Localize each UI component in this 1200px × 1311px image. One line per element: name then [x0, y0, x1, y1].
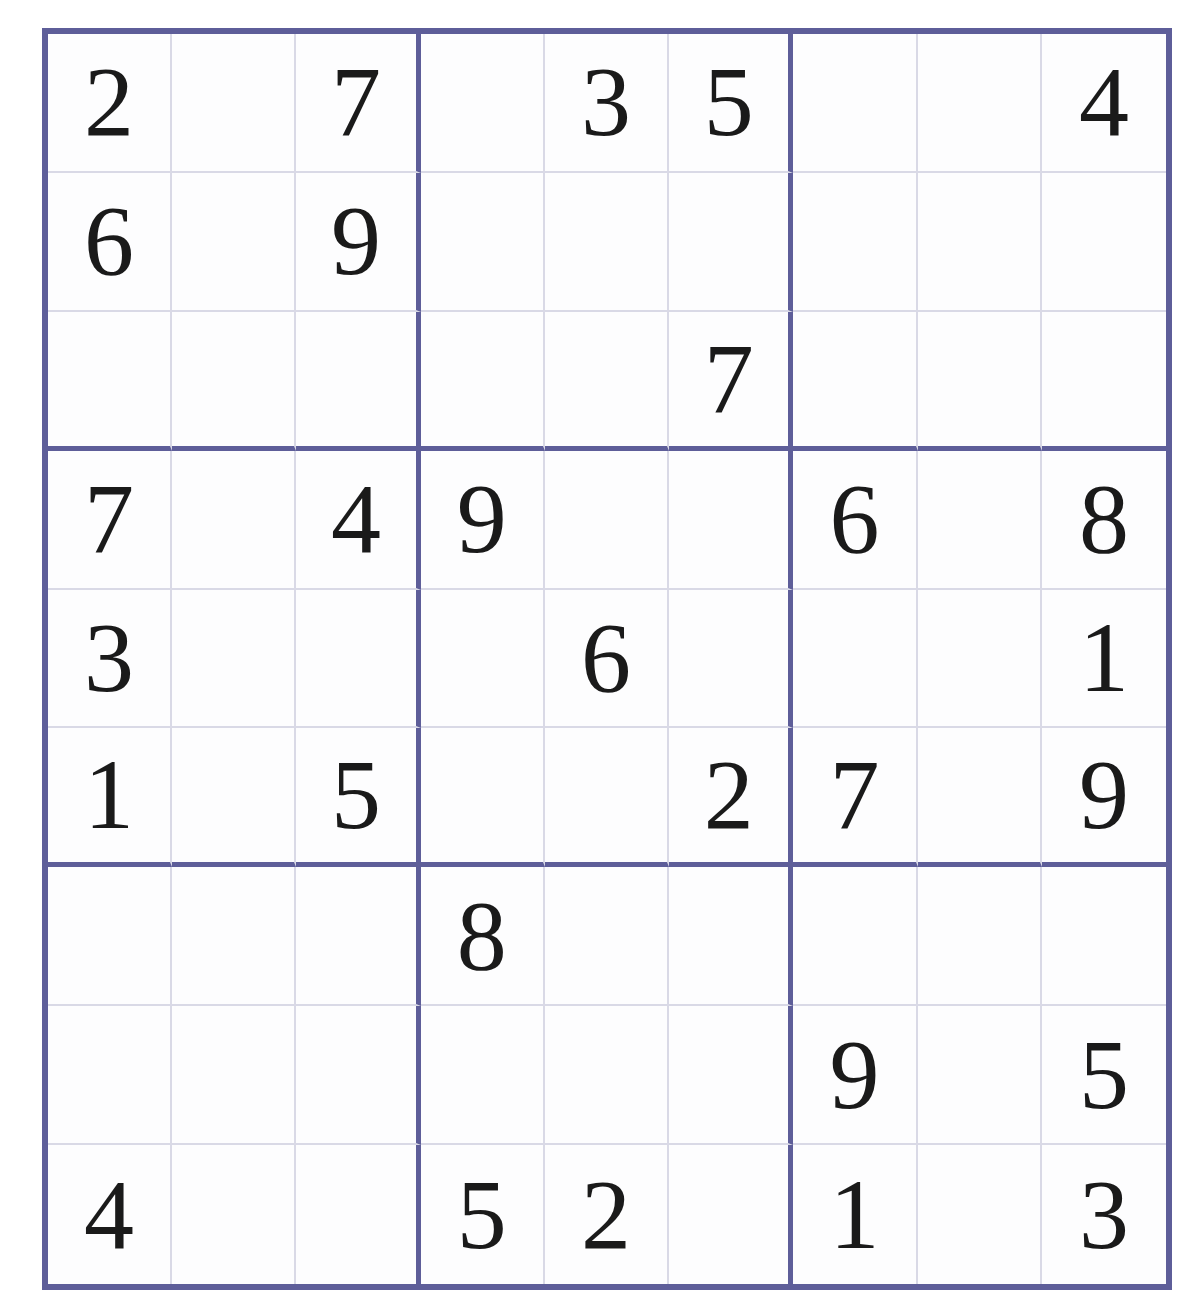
cell-r9c7[interactable]: 1: [793, 1145, 917, 1284]
cell-r7c3[interactable]: [296, 867, 420, 1006]
cell-r1c8[interactable]: [918, 34, 1042, 173]
cell-r7c9[interactable]: [1042, 867, 1166, 1006]
cell-r1c3[interactable]: 7: [296, 34, 420, 173]
cell-r6c9[interactable]: 9: [1042, 728, 1166, 867]
cell-r6c7[interactable]: 7: [793, 728, 917, 867]
cell-r8c7[interactable]: 9: [793, 1006, 917, 1145]
cell-r4c8[interactable]: [918, 451, 1042, 590]
cell-r5c9[interactable]: 1: [1042, 590, 1166, 729]
cell-r7c5[interactable]: [545, 867, 669, 1006]
cell-r6c3[interactable]: 5: [296, 728, 420, 867]
cell-r9c9[interactable]: 3: [1042, 1145, 1166, 1284]
cell-r5c7[interactable]: [793, 590, 917, 729]
cell-r3c5[interactable]: [545, 312, 669, 451]
cell-r6c1[interactable]: 1: [48, 728, 172, 867]
cell-r7c4[interactable]: 8: [421, 867, 545, 1006]
cell-r1c7[interactable]: [793, 34, 917, 173]
cell-r8c9[interactable]: 5: [1042, 1006, 1166, 1145]
cell-r4c2[interactable]: [172, 451, 296, 590]
cell-r2c1[interactable]: 6: [48, 173, 172, 312]
cell-r2c9[interactable]: [1042, 173, 1166, 312]
cell-r5c6[interactable]: [669, 590, 793, 729]
cell-r6c8[interactable]: [918, 728, 1042, 867]
cell-r2c8[interactable]: [918, 173, 1042, 312]
cell-r3c7[interactable]: [793, 312, 917, 451]
cell-r7c7[interactable]: [793, 867, 917, 1006]
cell-r7c6[interactable]: [669, 867, 793, 1006]
cell-r8c5[interactable]: [545, 1006, 669, 1145]
cell-r9c5[interactable]: 2: [545, 1145, 669, 1284]
cell-r3c2[interactable]: [172, 312, 296, 451]
cell-r1c1[interactable]: 2: [48, 34, 172, 173]
cell-r7c2[interactable]: [172, 867, 296, 1006]
cell-r3c4[interactable]: [421, 312, 545, 451]
cell-r2c6[interactable]: [669, 173, 793, 312]
cell-r4c3[interactable]: 4: [296, 451, 420, 590]
cell-r9c4[interactable]: 5: [421, 1145, 545, 1284]
cell-r8c3[interactable]: [296, 1006, 420, 1145]
cell-r5c8[interactable]: [918, 590, 1042, 729]
cell-r3c6[interactable]: 7: [669, 312, 793, 451]
cell-r8c4[interactable]: [421, 1006, 545, 1145]
cell-r5c2[interactable]: [172, 590, 296, 729]
cell-r6c2[interactable]: [172, 728, 296, 867]
cell-r2c5[interactable]: [545, 173, 669, 312]
cell-r9c6[interactable]: [669, 1145, 793, 1284]
cell-r5c5[interactable]: 6: [545, 590, 669, 729]
cell-r1c2[interactable]: [172, 34, 296, 173]
cell-r5c3[interactable]: [296, 590, 420, 729]
cell-r5c4[interactable]: [421, 590, 545, 729]
cell-r7c1[interactable]: [48, 867, 172, 1006]
cell-r9c1[interactable]: 4: [48, 1145, 172, 1284]
cell-r8c8[interactable]: [918, 1006, 1042, 1145]
cell-r8c1[interactable]: [48, 1006, 172, 1145]
cell-r3c8[interactable]: [918, 312, 1042, 451]
cell-r4c7[interactable]: 6: [793, 451, 917, 590]
cell-r4c1[interactable]: 7: [48, 451, 172, 590]
cell-r8c2[interactable]: [172, 1006, 296, 1145]
cell-r1c9[interactable]: 4: [1042, 34, 1166, 173]
cell-r2c2[interactable]: [172, 173, 296, 312]
cell-r9c2[interactable]: [172, 1145, 296, 1284]
cell-r8c6[interactable]: [669, 1006, 793, 1145]
cell-r3c1[interactable]: [48, 312, 172, 451]
cell-r1c4[interactable]: [421, 34, 545, 173]
cell-r3c9[interactable]: [1042, 312, 1166, 451]
cell-r1c6[interactable]: 5: [669, 34, 793, 173]
cell-r9c8[interactable]: [918, 1145, 1042, 1284]
cell-r1c5[interactable]: 3: [545, 34, 669, 173]
sudoku-board: 27354697749683611527989545213: [42, 28, 1172, 1290]
cell-r2c7[interactable]: [793, 173, 917, 312]
cell-r4c5[interactable]: [545, 451, 669, 590]
cell-r5c1[interactable]: 3: [48, 590, 172, 729]
cell-r4c4[interactable]: 9: [421, 451, 545, 590]
cell-r2c4[interactable]: [421, 173, 545, 312]
cell-r6c6[interactable]: 2: [669, 728, 793, 867]
cell-r7c8[interactable]: [918, 867, 1042, 1006]
cell-r6c5[interactable]: [545, 728, 669, 867]
cell-r2c3[interactable]: 9: [296, 173, 420, 312]
cell-r3c3[interactable]: [296, 312, 420, 451]
cell-r6c4[interactable]: [421, 728, 545, 867]
cell-r4c9[interactable]: 8: [1042, 451, 1166, 590]
cell-r9c3[interactable]: [296, 1145, 420, 1284]
cell-r4c6[interactable]: [669, 451, 793, 590]
